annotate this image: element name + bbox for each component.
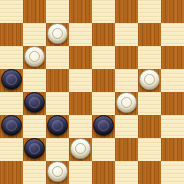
square-r3c6[interactable] (138, 69, 161, 92)
square-r2c3[interactable] (69, 46, 92, 69)
square-r2c0 (0, 46, 23, 69)
piece-ring (6, 74, 17, 85)
black-man[interactable] (1, 69, 22, 90)
checkers-board (0, 0, 184, 184)
square-r1c7 (161, 23, 184, 46)
square-r3c7 (161, 69, 184, 92)
checkers-app (0, 0, 184, 184)
square-r6c4 (92, 138, 115, 161)
piece-ring (6, 120, 17, 131)
square-r7c6[interactable] (138, 161, 161, 184)
black-man[interactable] (24, 92, 45, 113)
square-r1c1 (23, 23, 46, 46)
square-r1c6[interactable] (138, 23, 161, 46)
square-r1c5 (115, 23, 138, 46)
square-r2c2 (46, 46, 69, 69)
square-r7c1 (23, 161, 46, 184)
square-r5c3 (69, 115, 92, 138)
square-r2c1[interactable] (23, 46, 46, 69)
square-r7c2[interactable] (46, 161, 69, 184)
square-r0c5[interactable] (115, 0, 138, 23)
white-man[interactable] (24, 46, 45, 67)
square-r4c2 (46, 92, 69, 115)
black-man[interactable] (93, 115, 114, 136)
square-r3c4[interactable] (92, 69, 115, 92)
square-r2c6 (138, 46, 161, 69)
white-man[interactable] (47, 23, 68, 44)
square-r7c3 (69, 161, 92, 184)
white-man[interactable] (47, 161, 68, 182)
square-r5c6[interactable] (138, 115, 161, 138)
square-r0c0 (0, 0, 23, 23)
square-r3c0[interactable] (0, 69, 23, 92)
piece-ring (29, 97, 40, 108)
square-r3c3 (69, 69, 92, 92)
square-r7c5 (115, 161, 138, 184)
square-r0c3[interactable] (69, 0, 92, 23)
square-r2c5[interactable] (115, 46, 138, 69)
square-r6c7[interactable] (161, 138, 184, 161)
piece-ring (75, 143, 86, 154)
white-man[interactable] (139, 69, 160, 90)
square-r5c0[interactable] (0, 115, 23, 138)
piece-ring (52, 120, 63, 131)
square-r1c4[interactable] (92, 23, 115, 46)
square-r6c2 (46, 138, 69, 161)
square-r5c1 (23, 115, 46, 138)
square-r4c0 (0, 92, 23, 115)
piece-ring (29, 51, 40, 62)
piece-ring (52, 166, 63, 177)
square-r6c1[interactable] (23, 138, 46, 161)
square-r3c1 (23, 69, 46, 92)
white-man[interactable] (116, 92, 137, 113)
square-r4c7[interactable] (161, 92, 184, 115)
square-r4c1[interactable] (23, 92, 46, 115)
square-r4c4 (92, 92, 115, 115)
black-man[interactable] (47, 115, 68, 136)
square-r6c6 (138, 138, 161, 161)
square-r3c5 (115, 69, 138, 92)
square-r0c2 (46, 0, 69, 23)
piece-ring (98, 120, 109, 131)
white-man[interactable] (70, 138, 91, 159)
black-man[interactable] (24, 138, 45, 159)
square-r6c0 (0, 138, 23, 161)
square-r0c7[interactable] (161, 0, 184, 23)
square-r5c4[interactable] (92, 115, 115, 138)
piece-ring (121, 97, 132, 108)
square-r0c4 (92, 0, 115, 23)
square-r4c3[interactable] (69, 92, 92, 115)
square-r2c7[interactable] (161, 46, 184, 69)
square-r0c1[interactable] (23, 0, 46, 23)
piece-ring (52, 28, 63, 39)
square-r2c4 (92, 46, 115, 69)
square-r0c6 (138, 0, 161, 23)
square-r7c0[interactable] (0, 161, 23, 184)
square-r7c7 (161, 161, 184, 184)
square-r4c5[interactable] (115, 92, 138, 115)
square-r5c7 (161, 115, 184, 138)
square-r5c2[interactable] (46, 115, 69, 138)
square-r7c4[interactable] (92, 161, 115, 184)
square-r4c6 (138, 92, 161, 115)
piece-ring (29, 143, 40, 154)
square-r6c3[interactable] (69, 138, 92, 161)
square-r1c0[interactable] (0, 23, 23, 46)
square-r5c5 (115, 115, 138, 138)
piece-ring (144, 74, 155, 85)
square-r3c2[interactable] (46, 69, 69, 92)
square-r1c3 (69, 23, 92, 46)
square-r1c2[interactable] (46, 23, 69, 46)
black-man[interactable] (1, 115, 22, 136)
square-r6c5[interactable] (115, 138, 138, 161)
